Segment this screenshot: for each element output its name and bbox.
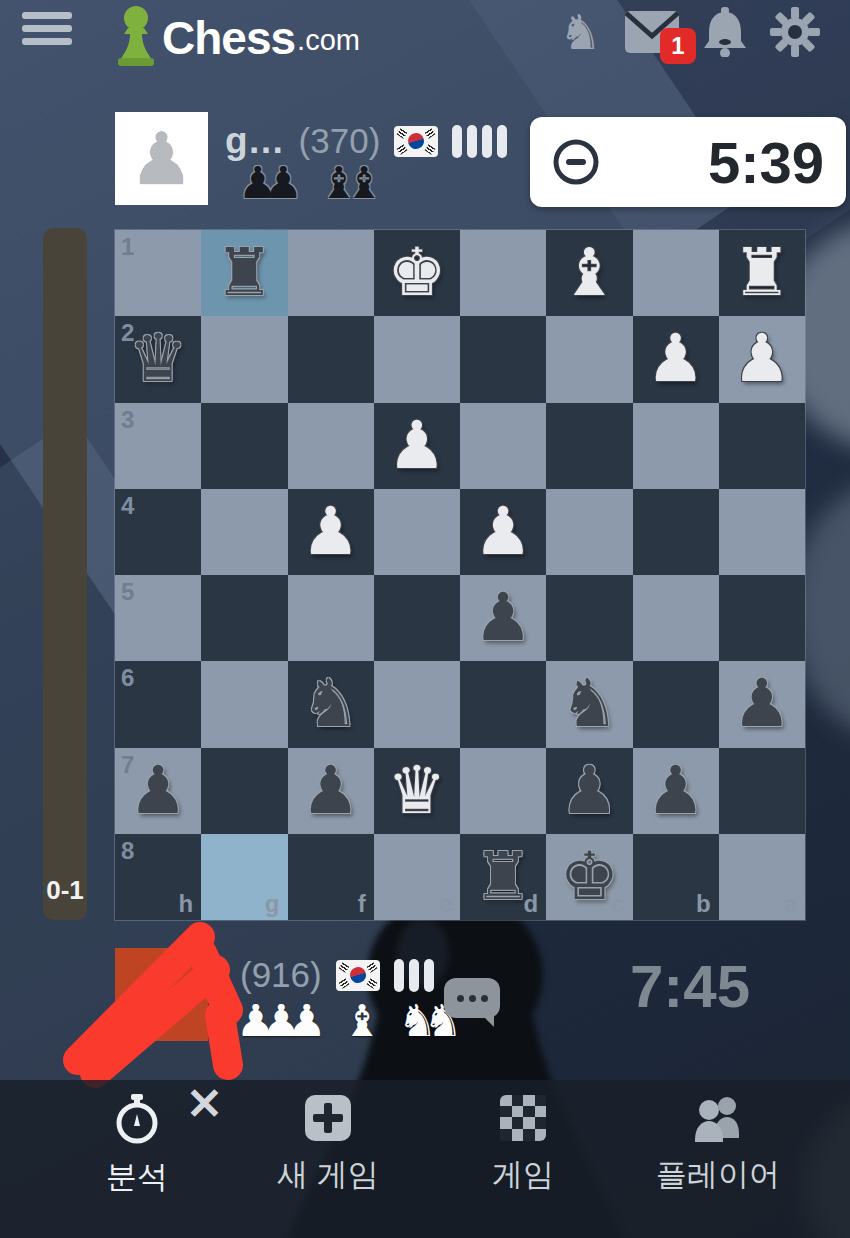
avatar-pawn-icon: ♟ — [129, 117, 194, 201]
square-g1[interactable]: ♜ — [201, 230, 287, 316]
square-b3[interactable] — [633, 403, 719, 489]
opponent-clock: 5:39 — [530, 117, 846, 207]
rank-label-1: 1 — [121, 233, 134, 261]
square-a8[interactable]: a — [719, 834, 805, 920]
black-rook-g1[interactable]: ♜ — [215, 240, 274, 306]
square-a1[interactable]: ♜ — [719, 230, 805, 316]
minus-circle-icon — [552, 138, 600, 186]
rank-label-6: 6 — [121, 664, 134, 692]
captured-piece-group: ♝♝ — [319, 160, 384, 206]
square-h2[interactable]: 2♛ — [115, 316, 201, 402]
player-avatar[interactable] — [115, 948, 208, 1041]
connection-bars — [452, 125, 507, 158]
nav-new-game[interactable]: 새 게임 — [228, 1094, 428, 1196]
nav-players[interactable]: 플레이어 — [618, 1094, 818, 1196]
square-f4[interactable]: ♟ — [288, 489, 374, 575]
square-e3[interactable]: ♟ — [374, 403, 460, 489]
south-korea-flag-icon — [336, 960, 380, 991]
black-pawn-b7[interactable]: ♟ — [646, 758, 705, 824]
logo-pawn-icon — [110, 4, 162, 66]
white-pawn-a2[interactable]: ♟ — [732, 326, 791, 392]
square-c1[interactable]: ♝ — [546, 230, 632, 316]
square-c3[interactable] — [546, 403, 632, 489]
chat-bubble-icon[interactable] — [444, 978, 500, 1018]
square-b2[interactable]: ♟ — [633, 316, 719, 402]
square-g6[interactable] — [201, 661, 287, 747]
white-queen-e7[interactable]: ♛ — [387, 758, 446, 824]
player-clock: 7:45 — [560, 952, 820, 1021]
bell-icon[interactable] — [702, 7, 748, 57]
signal-bar — [452, 125, 462, 158]
square-a6[interactable]: ♟ — [719, 661, 805, 747]
square-f8[interactable]: f — [288, 834, 374, 920]
rank-label-4: 4 — [121, 492, 134, 520]
square-b1[interactable] — [633, 230, 719, 316]
square-a5[interactable] — [719, 575, 805, 661]
white-king-e1[interactable]: ♚ — [387, 240, 446, 306]
player-captured-pieces: ♟♟♟♝♞♞ — [236, 998, 463, 1044]
captured-piece-group: ♟♟ — [238, 160, 303, 206]
square-f1[interactable] — [288, 230, 374, 316]
square-b4[interactable] — [633, 489, 719, 575]
square-e1[interactable]: ♚ — [374, 230, 460, 316]
black-pawn-c7[interactable]: ♟ — [560, 758, 619, 824]
captured-piece-group: ♝ — [342, 998, 381, 1044]
rank-label-5: 5 — [121, 578, 134, 606]
signal-bar — [497, 125, 507, 158]
square-c7[interactable]: ♟ — [546, 748, 632, 834]
evaluation-bar: 0-1 — [43, 228, 87, 920]
player-rating: (916) — [240, 955, 322, 995]
plus-icon — [304, 1094, 352, 1142]
square-c4[interactable] — [546, 489, 632, 575]
logo-suffix: .com — [297, 14, 360, 66]
square-e4[interactable] — [374, 489, 460, 575]
nav-players-label: 플레이어 — [656, 1154, 780, 1196]
bottom-navigation: 분석 ✕ 새 게임 게임 — [0, 1080, 850, 1238]
square-h6[interactable]: 6 — [115, 661, 201, 747]
square-h4[interactable]: 4 — [115, 489, 201, 575]
white-pawn-e3[interactable]: ♟ — [387, 413, 446, 479]
opponent-rating: (370) — [299, 121, 381, 161]
file-label-g: g — [265, 890, 280, 918]
white-rook-a1[interactable]: ♜ — [732, 240, 791, 306]
nav-analysis-label: 분석 — [106, 1156, 168, 1198]
captured-piece-group: ♟♟♟ — [236, 998, 326, 1044]
square-c5[interactable] — [546, 575, 632, 661]
messages-button[interactable]: 1 — [624, 10, 680, 54]
signal-bar — [467, 125, 477, 158]
file-label-h: h — [179, 890, 194, 918]
close-icon[interactable]: ✕ — [186, 1082, 223, 1126]
rank-label-8: 8 — [121, 837, 134, 865]
square-h5[interactable]: 5 — [115, 575, 201, 661]
square-d2[interactable] — [460, 316, 546, 402]
square-d7[interactable] — [460, 748, 546, 834]
square-a4[interactable] — [719, 489, 805, 575]
black-pawn-a6[interactable]: ♟ — [732, 671, 791, 737]
black-pawn-h7[interactable]: ♟ — [129, 758, 188, 824]
square-d5[interactable]: ♟ — [460, 575, 546, 661]
black-queen-h2[interactable]: ♛ — [129, 326, 188, 392]
square-e7[interactable]: ♛ — [374, 748, 460, 834]
black-knight-c6[interactable]: ♞ — [560, 671, 619, 737]
square-a3[interactable] — [719, 403, 805, 489]
white-bishop-c1[interactable]: ♝ — [560, 240, 619, 306]
file-label-a: a — [784, 890, 797, 918]
play-knight-icon[interactable]: ♞ — [559, 6, 602, 58]
white-pawn-d4[interactable]: ♟ — [474, 499, 533, 565]
square-c8[interactable]: c♚ — [546, 834, 632, 920]
square-d3[interactable] — [460, 403, 546, 489]
rank-label-3: 3 — [121, 406, 134, 434]
square-b8[interactable]: b — [633, 834, 719, 920]
square-e5[interactable] — [374, 575, 460, 661]
square-c6[interactable]: ♞ — [546, 661, 632, 747]
chesscom-app-screen: { "game": "chess", "position": { "fen": … — [0, 0, 850, 1238]
file-label-e: e — [439, 890, 452, 918]
square-g7[interactable] — [201, 748, 287, 834]
square-h8[interactable]: 8h — [115, 834, 201, 920]
square-d1[interactable] — [460, 230, 546, 316]
square-e8[interactable]: e — [374, 834, 460, 920]
white-pawn-f4[interactable]: ♟ — [301, 499, 360, 565]
signal-bar — [409, 959, 419, 992]
game-result: 0-1 — [46, 875, 84, 906]
square-g3[interactable] — [201, 403, 287, 489]
square-d6[interactable] — [460, 661, 546, 747]
square-h1[interactable]: 1 — [115, 230, 201, 316]
logo-text: Chess — [162, 10, 295, 66]
white-pawn-b2[interactable]: ♟ — [646, 326, 705, 392]
rank-label-2: 2 — [121, 319, 134, 347]
opponent-avatar[interactable]: ♟ — [115, 112, 208, 205]
square-d8[interactable]: d♜ — [460, 834, 546, 920]
stopwatch-icon — [114, 1094, 160, 1144]
square-b7[interactable]: ♟ — [633, 748, 719, 834]
square-c2[interactable] — [546, 316, 632, 402]
south-korea-flag-icon — [394, 126, 438, 157]
square-f3[interactable] — [288, 403, 374, 489]
square-b6[interactable] — [633, 661, 719, 747]
nav-games-label: 게임 — [492, 1154, 554, 1196]
square-a2[interactable]: ♟ — [719, 316, 805, 402]
signal-bar — [394, 959, 404, 992]
opponent-time: 5:39 — [708, 129, 824, 196]
square-e2[interactable] — [374, 316, 460, 402]
square-g2[interactable] — [201, 316, 287, 402]
square-b5[interactable] — [633, 575, 719, 661]
square-a7[interactable] — [719, 748, 805, 834]
rank-label-7: 7 — [121, 751, 134, 779]
signal-bar — [482, 125, 492, 158]
square-h7[interactable]: 7♟ — [115, 748, 201, 834]
square-f2[interactable] — [288, 316, 374, 402]
square-f6[interactable]: ♞ — [288, 661, 374, 747]
chess-board[interactable]: 1♜♚♝♜2♛♟♟3♟4♟♟5♟6♞♞♟7♟♟♛♟♟8hgfed♜c♚ba — [115, 230, 805, 920]
file-label-f: f — [358, 890, 366, 918]
black-king-c8[interactable]: ♚ — [560, 844, 619, 910]
file-label-d: d — [524, 890, 539, 918]
notification-badge: 1 — [660, 28, 696, 64]
players-icon — [691, 1094, 745, 1142]
checkerboard-icon — [499, 1094, 547, 1142]
square-g5[interactable] — [201, 575, 287, 661]
connection-bars — [394, 959, 434, 992]
square-e6[interactable] — [374, 661, 460, 747]
square-d4[interactable]: ♟ — [460, 489, 546, 575]
chesscom-logo[interactable]: Chess.com — [110, 4, 360, 66]
square-g4[interactable] — [201, 489, 287, 575]
menu-button[interactable] — [22, 12, 72, 51]
file-label-c: c — [611, 890, 624, 918]
nav-games[interactable]: 게임 — [423, 1094, 623, 1196]
square-h3[interactable]: 3 — [115, 403, 201, 489]
settings-gear-icon[interactable] — [770, 7, 820, 57]
signal-bar — [424, 959, 434, 992]
black-knight-f6[interactable]: ♞ — [301, 671, 360, 737]
black-pawn-d5[interactable]: ♟ — [474, 585, 533, 651]
opponent-captured-pieces: ♟♟♝♝ — [238, 160, 384, 206]
black-pawn-f7[interactable]: ♟ — [301, 758, 360, 824]
nav-new-game-label: 새 게임 — [277, 1154, 379, 1196]
square-f7[interactable]: ♟ — [288, 748, 374, 834]
square-f5[interactable] — [288, 575, 374, 661]
opponent-username[interactable]: g… — [225, 120, 285, 162]
square-g8[interactable]: g — [201, 834, 287, 920]
file-label-b: b — [696, 890, 711, 918]
